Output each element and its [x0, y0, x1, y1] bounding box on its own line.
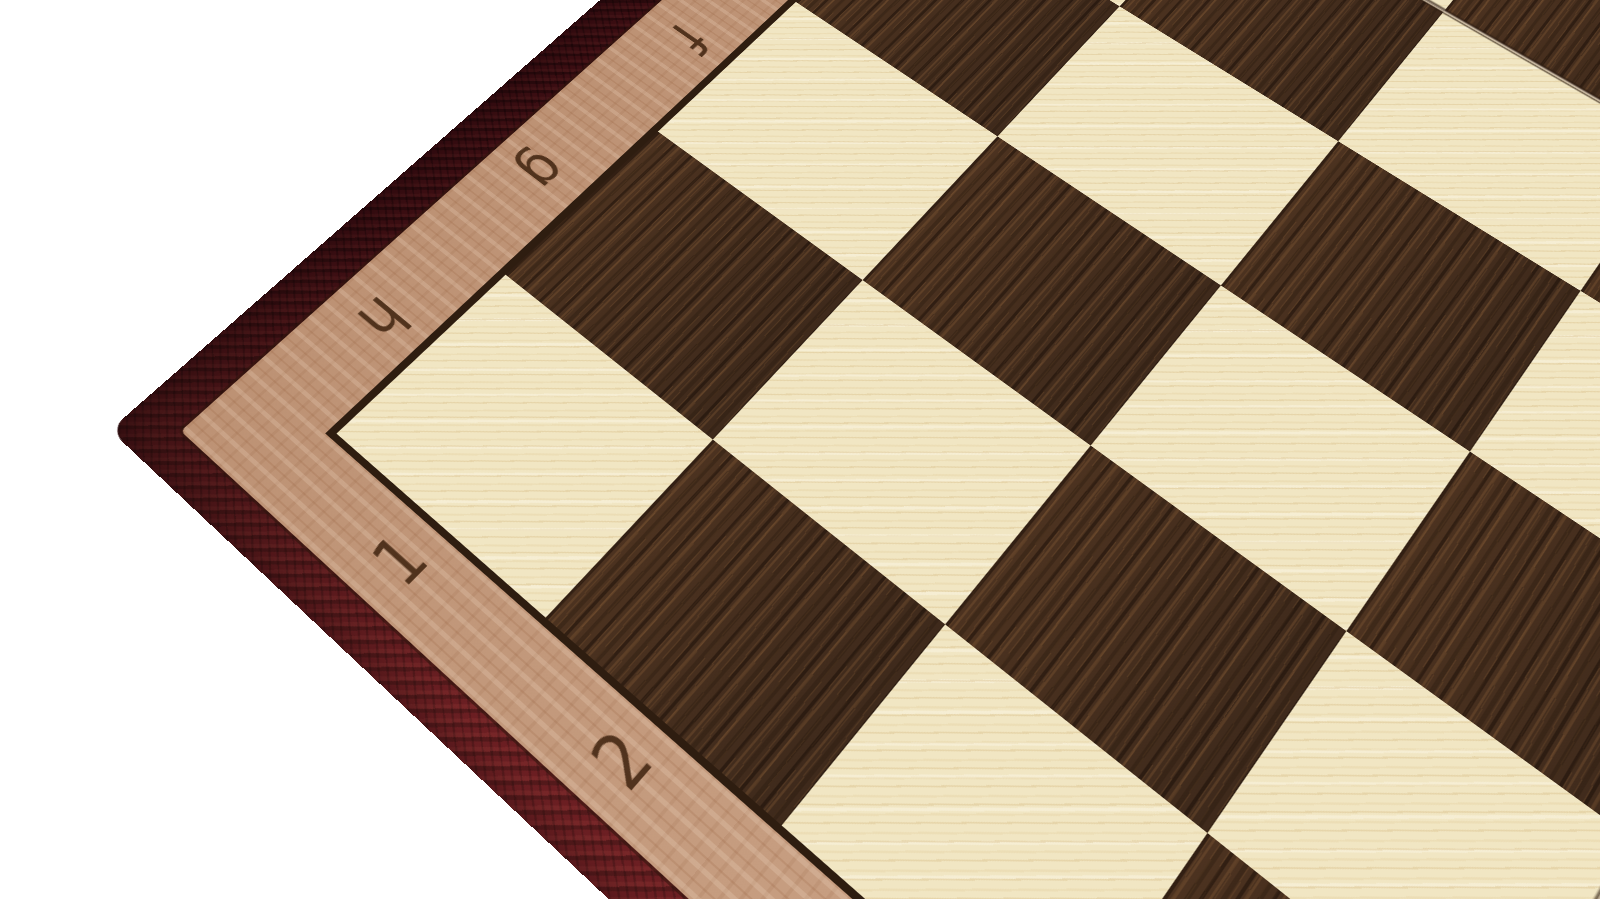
- file-label-text: f: [657, 14, 722, 61]
- rank-label-text: 2: [576, 716, 670, 807]
- file-label-text: h: [343, 284, 423, 353]
- rank-label-text: 1: [358, 520, 444, 601]
- photo-background: abcdefgh12345678: [0, 0, 1600, 899]
- file-label-text: g: [505, 140, 582, 202]
- chess-board: abcdefgh12345678: [110, 0, 1600, 899]
